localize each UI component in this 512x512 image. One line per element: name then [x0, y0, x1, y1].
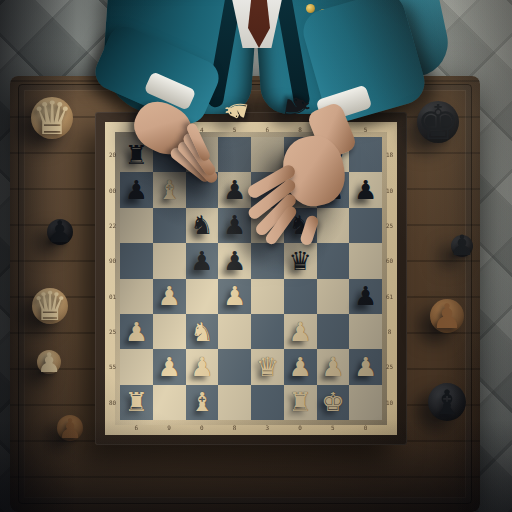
board-label: 90 — [109, 257, 116, 264]
black-rook: ♜ — [125, 142, 148, 168]
board-label: 8 — [388, 328, 392, 335]
board-label: 4 — [331, 126, 335, 133]
square-d8 — [218, 137, 251, 172]
square-e2: ♛ — [251, 349, 284, 384]
black-pawn: ♟ — [321, 177, 344, 203]
board-label: 55 — [109, 363, 116, 370]
white-queen: ♛ — [256, 354, 279, 380]
square-e5 — [251, 243, 284, 278]
board-label: 18 — [386, 151, 393, 158]
square-f3: ♟ — [284, 314, 317, 349]
square-h4: ♟ — [349, 279, 382, 314]
white-pawn: ♟ — [157, 354, 180, 380]
square-e4 — [251, 279, 284, 314]
square-g1: ♚ — [317, 385, 350, 420]
square-g2: ♟ — [317, 349, 350, 384]
square-c8 — [186, 137, 219, 172]
board-label: 9 — [167, 424, 171, 431]
white-knight: ♞ — [190, 319, 213, 345]
scene: 23456845 69083050 2000229001255580 18102… — [0, 0, 512, 512]
square-a4 — [120, 279, 153, 314]
board-label: 8 — [233, 424, 237, 431]
board-label: 6 — [266, 126, 270, 133]
square-e1 — [251, 385, 284, 420]
square-d1 — [218, 385, 251, 420]
square-h2: ♟ — [349, 349, 382, 384]
board-label: 25 — [109, 328, 116, 335]
square-d3 — [218, 314, 251, 349]
square-g5 — [317, 243, 350, 278]
square-f5: ♛ — [284, 243, 317, 278]
black-pawn: ♟ — [223, 177, 246, 203]
black-pawn: ♟ — [190, 248, 213, 274]
square-a1: ♜ — [120, 385, 153, 420]
black-pawn: ♟ — [354, 177, 377, 203]
chess-board: 23456845 69083050 2000229001255580 18102… — [95, 112, 407, 445]
square-b3 — [153, 314, 186, 349]
white-pawn: ♟ — [321, 354, 344, 380]
board-label: 3 — [266, 424, 270, 431]
square-a3: ♟ — [120, 314, 153, 349]
black-knight: ♞ — [288, 212, 311, 238]
white-pawn: ♟ — [223, 283, 246, 309]
board-label: 4 — [200, 126, 204, 133]
board-labels-right: 181025606182510 — [384, 137, 395, 420]
square-b8 — [153, 137, 186, 172]
board-label: 22 — [109, 222, 116, 229]
square-e3 — [251, 314, 284, 349]
board-grid: ♜♜♚♟♝♟♟♟♞♟♞♟♟♛♟♟♟♟♞♟♟♟♛♟♟♟♜♝♜♚ — [120, 137, 382, 420]
white-pawn: ♟ — [354, 354, 377, 380]
square-c6: ♞ — [186, 208, 219, 243]
square-d2 — [218, 349, 251, 384]
square-h6 — [349, 208, 382, 243]
square-f1: ♜ — [284, 385, 317, 420]
white-bishop: ♝ — [157, 177, 180, 203]
white-rook: ♜ — [288, 389, 311, 415]
square-e6 — [251, 208, 284, 243]
square-g4 — [317, 279, 350, 314]
board-label: 61 — [386, 293, 393, 300]
square-d7: ♟ — [218, 172, 251, 207]
square-b7: ♝ — [153, 172, 186, 207]
square-c4 — [186, 279, 219, 314]
square-a6 — [120, 208, 153, 243]
square-e8 — [251, 137, 284, 172]
board-label: 25 — [386, 222, 393, 229]
square-a2 — [120, 349, 153, 384]
square-g7: ♟ — [317, 172, 350, 207]
square-c2: ♟ — [186, 349, 219, 384]
board-label: 3 — [167, 126, 171, 133]
square-f7 — [284, 172, 317, 207]
board-label: 20 — [109, 151, 116, 158]
board-label: 8 — [298, 126, 302, 133]
black-queen: ♛ — [288, 248, 311, 274]
square-h1 — [349, 385, 382, 420]
board-label: 00 — [109, 187, 116, 194]
white-king: ♚ — [321, 389, 344, 415]
square-f6: ♞ — [284, 208, 317, 243]
black-pawn: ♟ — [223, 248, 246, 274]
black-pawn: ♟ — [354, 283, 377, 309]
board-label: 25 — [386, 363, 393, 370]
black-rook: ♜ — [288, 142, 311, 168]
square-h5 — [349, 243, 382, 278]
square-g8: ♚ — [317, 137, 350, 172]
board-label: 6 — [135, 424, 139, 431]
square-c5: ♟ — [186, 243, 219, 278]
square-g6 — [317, 208, 350, 243]
black-knight: ♞ — [190, 212, 213, 238]
white-pawn: ♟ — [190, 354, 213, 380]
board-label: 2 — [135, 126, 139, 133]
square-c3: ♞ — [186, 314, 219, 349]
board-labels-left: 2000229001255580 — [107, 137, 118, 420]
white-pawn: ♟ — [288, 319, 311, 345]
board-label: 60 — [386, 257, 393, 264]
square-c7 — [186, 172, 219, 207]
square-b2: ♟ — [153, 349, 186, 384]
square-a5 — [120, 243, 153, 278]
board-label: 5 — [331, 424, 335, 431]
square-d4: ♟ — [218, 279, 251, 314]
square-d6: ♟ — [218, 208, 251, 243]
board-label: 01 — [109, 293, 116, 300]
board-label: 10 — [386, 187, 393, 194]
square-d5: ♟ — [218, 243, 251, 278]
black-pawn: ♟ — [125, 177, 148, 203]
square-h8 — [349, 137, 382, 172]
square-f2: ♟ — [284, 349, 317, 384]
square-c1: ♝ — [186, 385, 219, 420]
square-f8: ♜ — [284, 137, 317, 172]
board-label: 80 — [109, 399, 116, 406]
square-g3 — [317, 314, 350, 349]
board-label: 5 — [233, 126, 237, 133]
white-pawn: ♟ — [125, 319, 148, 345]
square-f4 — [284, 279, 317, 314]
square-h3 — [349, 314, 382, 349]
black-pawn: ♟ — [223, 212, 246, 238]
square-e7 — [251, 172, 284, 207]
board-label: 10 — [386, 399, 393, 406]
board-labels-top: 23456845 — [120, 124, 382, 135]
board-label: 0 — [200, 424, 204, 431]
square-b1 — [153, 385, 186, 420]
white-pawn: ♟ — [157, 283, 180, 309]
square-a8: ♜ — [120, 137, 153, 172]
square-a7: ♟ — [120, 172, 153, 207]
white-rook: ♜ — [125, 389, 148, 415]
board-label: 0 — [298, 424, 302, 431]
white-bishop: ♝ — [190, 389, 213, 415]
square-b6 — [153, 208, 186, 243]
square-h7: ♟ — [349, 172, 382, 207]
square-b4: ♟ — [153, 279, 186, 314]
square-b5 — [153, 243, 186, 278]
board-label: 0 — [364, 424, 368, 431]
board-label: 5 — [364, 126, 368, 133]
black-king: ♚ — [321, 142, 344, 168]
white-pawn: ♟ — [288, 354, 311, 380]
board-border: 23456845 69083050 2000229001255580 18102… — [105, 122, 397, 435]
board-labels-bottom: 69083050 — [120, 422, 382, 433]
